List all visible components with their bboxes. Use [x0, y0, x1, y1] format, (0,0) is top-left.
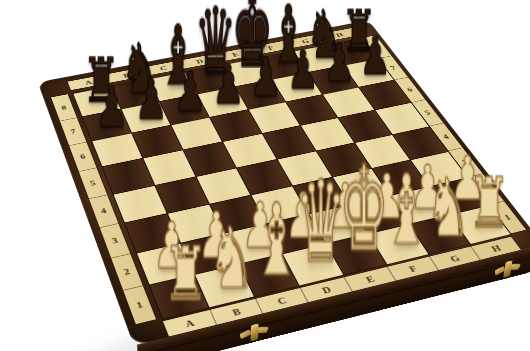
piece-white-rook: ♜: [148, 238, 222, 312]
latch-hook: [253, 318, 256, 325]
latch-wing: [256, 327, 269, 333]
latch-wing: [494, 266, 505, 276]
latch-hook: [508, 255, 512, 262]
latch-bar: [251, 324, 259, 342]
brass-latch-icon: [493, 257, 521, 282]
piece-black-pawn: ♟: [80, 80, 143, 136]
chess-set-photo: ABCDEFGH 87654321 87654321 ABCDEFGH ♜♞♝♛…: [0, 0, 530, 351]
brass-latch-icon: [240, 320, 269, 346]
latch-wing: [239, 330, 252, 340]
chess-board: ABCDEFGH 87654321 87654321 ABCDEFGH ♜♞♝♛…: [38, 20, 530, 346]
latch-wing: [509, 264, 521, 270]
